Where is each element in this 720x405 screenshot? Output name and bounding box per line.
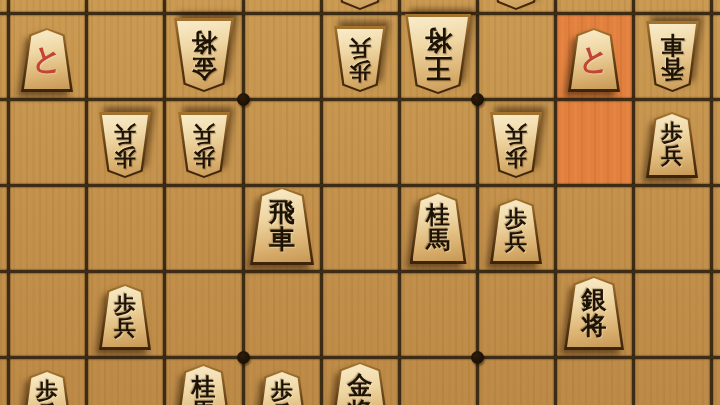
piece-pawn-3e[interactable]: 歩兵 <box>490 198 542 264</box>
piece-body: 歩兵 <box>334 26 386 92</box>
piece-body: 歩兵 <box>178 112 230 178</box>
piece-face: 金将 <box>333 364 387 405</box>
piece-kanji: 飛 <box>269 199 295 226</box>
piece-kanji: 香 <box>660 57 684 81</box>
piece-face: 歩兵 <box>259 372 305 405</box>
piece-rook-6e[interactable]: 飛車 <box>250 187 314 265</box>
piece-body: 歩兵 <box>99 284 151 350</box>
piece-face: 歩兵 <box>24 372 70 405</box>
piece-kanji: 兵 <box>505 123 527 145</box>
grid-line-vertical <box>710 0 713 405</box>
piece-kanji: 歩 <box>193 146 215 168</box>
piece-kanji: 兵 <box>505 231 527 253</box>
piece-pawn-7d[interactable]: 歩兵 <box>178 112 230 178</box>
grid-line-vertical <box>554 0 557 405</box>
piece-body <box>332 0 388 10</box>
piece-kanji: 歩 <box>271 380 293 402</box>
piece-unknown-5b[interactable] <box>332 0 388 10</box>
grid-line-horizontal <box>0 98 720 101</box>
star-point <box>471 93 484 106</box>
piece-kanji: 将 <box>582 313 607 339</box>
piece-kanji: 歩 <box>505 208 527 230</box>
piece-kanji: 金 <box>348 373 373 399</box>
piece-face: 歩兵 <box>102 286 148 347</box>
piece-face: 歩兵 <box>102 115 148 176</box>
piece-kanji: 将 <box>191 30 216 56</box>
piece-kanji: 兵 <box>193 123 215 145</box>
piece-tokin-2c[interactable]: と <box>568 28 620 92</box>
star-point <box>237 93 250 106</box>
piece-body: 歩兵 <box>646 112 698 178</box>
piece-face: 歩兵 <box>181 115 227 176</box>
last-move-highlight-2d <box>555 99 633 185</box>
piece-face: 銀将 <box>567 278 621 347</box>
piece-body: 桂馬 <box>410 192 467 264</box>
piece-kanji: 歩 <box>114 146 136 168</box>
piece-body: 歩兵 <box>99 112 151 178</box>
piece-face: と <box>571 30 617 89</box>
piece-lance-1c[interactable]: 香車 <box>646 21 699 92</box>
piece-face <box>335 0 385 8</box>
piece-body: 歩兵 <box>256 370 308 405</box>
piece-kanji: 兵 <box>114 317 136 339</box>
piece-body: 飛車 <box>250 187 314 265</box>
piece-body: 金将 <box>330 362 390 405</box>
piece-kanji: と <box>32 44 63 75</box>
piece-gold-7c[interactable]: 金将 <box>174 18 234 92</box>
piece-body: 歩兵 <box>21 370 73 405</box>
piece-face: 金将 <box>177 21 231 90</box>
piece-pawn-5c[interactable]: 歩兵 <box>334 26 386 92</box>
piece-pawn-8f[interactable]: 歩兵 <box>99 284 151 350</box>
grid-line-vertical <box>398 0 401 405</box>
piece-body <box>488 0 544 10</box>
piece-kanji: 桂 <box>426 203 450 227</box>
piece-body: 香車 <box>646 21 699 92</box>
piece-face: 歩兵 <box>649 114 695 175</box>
grid-line-horizontal <box>0 184 720 187</box>
piece-body: 金将 <box>174 18 234 92</box>
piece-king-4c[interactable]: 王将 <box>405 14 471 94</box>
piece-kanji: 歩 <box>114 294 136 316</box>
grid-line-vertical <box>242 0 245 405</box>
piece-kanji: 車 <box>660 33 684 57</box>
piece-body: 歩兵 <box>490 198 542 264</box>
piece-body: 桂馬 <box>175 364 232 405</box>
piece-face: 香車 <box>649 24 696 90</box>
piece-kanji: 桂 <box>192 375 216 399</box>
shogi-board[interactable]: と金将歩兵王将と香車歩兵歩兵歩兵歩兵飛車桂馬歩兵歩兵銀将歩兵桂馬歩兵金将 <box>0 0 720 405</box>
piece-kanji: 歩 <box>36 380 58 402</box>
piece-kanji: 兵 <box>661 145 683 167</box>
piece-knight-7g[interactable]: 桂馬 <box>175 364 232 405</box>
grid-line-horizontal <box>0 356 720 359</box>
piece-kanji: 馬 <box>426 228 450 252</box>
piece-kanji: 王 <box>425 55 452 83</box>
piece-face: と <box>24 30 70 89</box>
piece-silver-2f[interactable]: 銀将 <box>564 276 624 350</box>
piece-pawn-6g[interactable]: 歩兵 <box>256 370 308 405</box>
piece-kanji: 将 <box>348 399 373 405</box>
piece-body: 歩兵 <box>490 112 542 178</box>
piece-kanji: 兵 <box>349 37 371 59</box>
piece-kanji: 歩 <box>349 60 371 82</box>
grid-line-vertical <box>163 0 166 405</box>
star-point <box>237 351 250 364</box>
piece-pawn-3d[interactable]: 歩兵 <box>490 112 542 178</box>
piece-face: 歩兵 <box>337 29 383 90</box>
piece-face: 歩兵 <box>493 115 539 176</box>
piece-kanji: 車 <box>269 226 295 253</box>
piece-kanji: 歩 <box>661 122 683 144</box>
piece-body: と <box>568 28 620 92</box>
piece-pawn-8d[interactable]: 歩兵 <box>99 112 151 178</box>
piece-body: 銀将 <box>564 276 624 350</box>
piece-face: 飛車 <box>253 189 311 262</box>
piece-face <box>491 0 541 8</box>
piece-body: と <box>21 28 73 92</box>
piece-pawn-1d[interactable]: 歩兵 <box>646 112 698 178</box>
grid-line-vertical <box>7 0 10 405</box>
grid-line-vertical <box>632 0 635 405</box>
grid-line-horizontal <box>0 270 720 273</box>
piece-pawn-9g[interactable]: 歩兵 <box>21 370 73 405</box>
piece-knight-4e[interactable]: 桂馬 <box>410 192 467 264</box>
star-point <box>471 351 484 364</box>
piece-kanji: 銀 <box>582 287 607 313</box>
grid-line-vertical <box>476 0 479 405</box>
grid-line-horizontal <box>0 12 720 15</box>
piece-unknown-3b[interactable] <box>488 0 544 10</box>
piece-kanji: 金 <box>191 56 216 82</box>
piece-kanji: 兵 <box>114 123 136 145</box>
piece-face: 桂馬 <box>413 194 464 261</box>
piece-kanji: 馬 <box>192 400 216 405</box>
piece-tokin-9c[interactable]: と <box>21 28 73 92</box>
piece-body: 王将 <box>405 14 471 94</box>
grid-line-vertical <box>320 0 323 405</box>
piece-face: 歩兵 <box>493 200 539 261</box>
piece-kanji: 将 <box>425 27 452 55</box>
piece-gold-5g[interactable]: 金将 <box>330 362 390 405</box>
piece-face: 桂馬 <box>178 366 229 405</box>
piece-face: 王将 <box>408 17 468 92</box>
grid-line-vertical <box>85 0 88 405</box>
piece-kanji: と <box>579 44 610 75</box>
piece-kanji: 歩 <box>505 146 527 168</box>
